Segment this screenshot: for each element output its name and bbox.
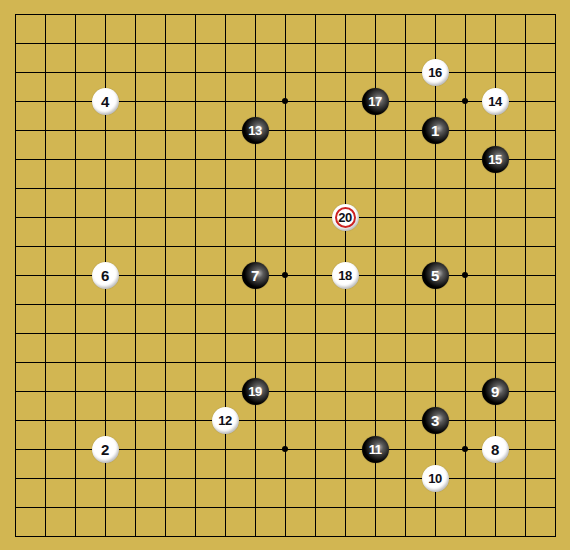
move-number: 2 (101, 442, 109, 457)
stone-black-move-13-J15: 13 (242, 117, 269, 144)
star-point (282, 446, 288, 452)
move-number: 10 (428, 472, 441, 485)
stone-black-move-17-N16: 17 (362, 88, 389, 115)
move-number: 18 (338, 269, 351, 282)
move-number: 19 (248, 385, 261, 398)
stone-white-move-4-D16: 4 (92, 88, 119, 115)
move-number: 4 (101, 94, 109, 109)
stone-white-move-16-P17: 16 (422, 59, 449, 86)
star-point (462, 272, 468, 278)
star-point (462, 446, 468, 452)
stone-black-move-19-J6: 19 (242, 378, 269, 405)
stone-white-move-8-R4: 8 (482, 436, 509, 463)
stone-white-move-10-P3: 10 (422, 465, 449, 492)
move-number: 12 (218, 414, 231, 427)
stone-white-move-12-H5: 12 (212, 407, 239, 434)
stone-black-move-15-R14: 15 (482, 146, 509, 173)
stone-white-move-2-D4: 2 (92, 436, 119, 463)
move-number: 11 (369, 443, 382, 456)
move-number: 14 (488, 95, 501, 108)
stone-black-move-5-P10: 5 (422, 262, 449, 289)
move-number: 8 (491, 442, 499, 457)
move-number: 3 (431, 413, 439, 428)
stone-black-move-3-P5: 3 (422, 407, 449, 434)
move-number: 16 (428, 66, 441, 79)
move-number: 7 (251, 268, 259, 283)
move-number: 20 (335, 207, 356, 228)
move-number: 1 (431, 123, 439, 138)
stone-white-move-18-M10: 18 (332, 262, 359, 289)
star-point (282, 272, 288, 278)
stone-white-move-6-D10: 6 (92, 262, 119, 289)
stone-white-move-20-M12: 20 (332, 204, 359, 231)
star-point (462, 98, 468, 104)
move-number: 15 (488, 153, 501, 166)
go-board[interactable]: 1234567891011121314151617181920 (0, 0, 570, 550)
move-number: 9 (491, 384, 499, 399)
stone-white-move-14-R16: 14 (482, 88, 509, 115)
stone-black-move-9-R6: 9 (482, 378, 509, 405)
stone-black-move-7-J10: 7 (242, 262, 269, 289)
star-point (282, 98, 288, 104)
move-number: 17 (368, 95, 381, 108)
stone-black-move-11-N4: 11 (362, 436, 389, 463)
move-number: 13 (248, 124, 261, 137)
stone-black-move-1-P15: 1 (422, 117, 449, 144)
move-number: 5 (431, 268, 439, 283)
move-number: 6 (101, 268, 109, 283)
